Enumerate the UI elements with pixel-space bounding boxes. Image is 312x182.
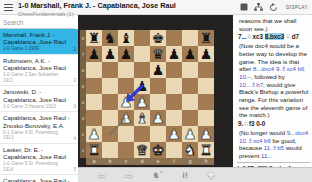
list-item[interactable]: Rubinstein, A.K. - Capablanca, Jose Raul… [0,55,78,87]
file-label: g [182,158,198,165]
square-e5[interactable] [150,78,166,94]
square-h7[interactable]: ♟ [198,46,214,62]
square-f5[interactable] [166,78,182,94]
square-b6[interactable] [102,62,118,78]
mainline-moves: 7...♘xc3 8.bxc3 ♘d7 [237,33,310,41]
game-title: Rubinstein, A.K. - Capablanca, Jose Raul [3,57,75,72]
white-queen: ♛ [136,142,149,158]
game-title: Marshall, Frank J. - Capablanca, Jose Ra… [3,31,75,46]
mainline-moves: 9.♘f3 0-0 [237,120,310,128]
square-h1[interactable]: ♜ [198,142,214,158]
square-e6[interactable]: ♟ [150,62,166,78]
file-label: d [134,158,150,165]
game-list: Marshall, Frank J. - Capablanca, Jose Ra… [0,29,78,182]
tree-icon[interactable] [254,3,263,11]
square-b3[interactable] [102,110,118,126]
white-knight: ♞ [184,142,197,158]
white-king: ♚ [152,142,165,158]
add-variation-button[interactable]: ✚ [207,169,215,182]
black-bishop: ♝ [120,30,133,46]
game-index: 4 [73,136,76,141]
black-pawn: ♟ [200,46,213,62]
current-move[interactable]: 8.bxc3 [265,33,285,40]
white-pawn: ♟ [136,94,149,110]
square-f3[interactable] [166,110,182,126]
list-item[interactable]: Lasker, Dr. E. - Capablanca, Jose Raul1-… [0,144,78,176]
board-area: 87654321 ♜♞♝♚♜♟♟♟♛♟♟♟♟♟♟♟♟♝♟♟♟♟♟♜♛♚♞♜ ab… [78,15,233,167]
file-label: f [166,158,182,165]
variation-move-link[interactable]: 10...♗b7 [239,81,263,88]
square-f1[interactable] [166,142,182,158]
game-subtitle: 1-0 Game 5 St. Petersburg 1914 [3,161,75,172]
app-bar: 1-0 Marshall, Frank J. - Capablanca, Jos… [0,0,312,15]
game-title: Capablanca, Jose Raul - Znosko-Borovsky,… [3,114,75,129]
board-squares: ♜♞♝♚♜♟♟♟♛♟♟♟♟♟♟♟♟♝♟♟♟♟♟♜♛♚♞♜ [86,30,214,158]
page-subtitle: ChessFundamentals (1) [18,11,198,17]
black-rook: ♜ [200,30,213,46]
flip-board-icon[interactable] [269,3,278,12]
square-h3[interactable] [198,110,214,126]
game-subtitle: 1-0 Game 1 1909 [3,46,75,52]
sidebar: Marshall, Frank J. - Capablanca, Jose Ra… [0,15,78,182]
square-a3[interactable] [86,110,102,126]
comment-text: reasons that we shall soon see.) [237,17,310,32]
square-c1[interactable] [118,142,134,158]
square-c8[interactable]: ♝ [118,30,134,46]
game-title: Janowski, D. - Capablanca, Jose Raul [3,88,75,103]
text-segment: , followed by [251,73,285,80]
black-pawn: ♟ [88,46,101,62]
back-button[interactable]: ⇦ [97,169,105,182]
appbar-actions: DISPLAY [240,0,310,14]
chess-board: 87654321 ♜♞♝♚♜♟♟♟♛♟♟♟♟♟♟♟♟♝♟♟♟♟♟♜♛♚♞♜ ab… [80,30,214,165]
board-icon[interactable] [240,3,248,11]
text-segment[interactable]: 9.♘f3 0-0 [238,120,265,127]
white-pawn: ♟ [88,126,101,142]
black-pawn: ♟ [168,46,181,62]
square-c4[interactable]: ♟ [118,94,134,110]
list-item[interactable]: Marshall, Frank J. - Capablanca, Jose Ra… [0,29,78,55]
game-index: 2 [73,78,76,83]
comment-text: (No longer would 9...dxc4 10.♗xc4 b6 be … [237,129,310,160]
black-pawn: ♟ [120,46,133,62]
black-pawn: ♟ [184,46,197,62]
square-e8[interactable]: ♚ [150,30,166,46]
text-segment: (No longer would [239,129,287,136]
square-d6[interactable] [134,62,150,78]
game-subtitle: 0-1 Game 4 St. Petersburg 1913 [3,130,75,141]
square-d1[interactable]: ♛ [134,142,150,158]
game-title: Capablanca, Jose Raul - Znosko-Borovsky,… [3,177,75,182]
game-subtitle: 1-0 Game 2 San Sebastian 1911 [3,72,75,83]
file-labels: abcdefgh [86,158,214,165]
file-label: c [118,158,134,165]
text-segment: reasons that we shall soon see.) [239,17,296,32]
forward-button[interactable]: ⇨ [125,169,133,182]
square-c5[interactable] [118,78,134,94]
annotation-panel: reasons that we shall soon see.)7...♘xc3… [233,15,312,167]
white-rook: ♜ [200,142,213,158]
menu-icon[interactable] [4,4,13,11]
square-a8[interactable]: ♜ [86,30,102,46]
white-pawn: ♟ [200,126,213,142]
square-f6[interactable] [166,62,182,78]
variation-move-link[interactable]: 11... [261,152,272,159]
square-g1[interactable]: ♞ [182,142,198,158]
black-pawn: ♟ [104,46,117,62]
black-rook: ♜ [88,30,101,46]
white-rook: ♜ [88,142,101,158]
file-label: a [86,158,102,165]
square-e7[interactable]: ♛ [150,46,166,62]
square-b5[interactable] [102,78,118,94]
text-segment[interactable]: 7...♘xc3 [238,33,265,40]
chess-app: 1-0 Marshall, Frank J. - Capablanca, Jos… [0,0,312,182]
game-subtitle: 1-0 Game 3 Havana 1913 [3,104,75,110]
comment-text: (Now dxc4 would be a better way to devel… [237,42,310,119]
square-e3[interactable]: ♟ [150,110,166,126]
square-g8[interactable] [182,30,198,46]
square-h4[interactable] [198,94,214,110]
game-title: Lasker, Dr. E. - Capablanca, Jose Raul [3,146,75,161]
page-title: 1-0 Marshall, Frank J. - Capablanca, Jos… [18,1,198,10]
square-a1[interactable]: ♜ [86,142,102,158]
square-a2[interactable]: ♟ [86,126,102,142]
game-index: 5 [73,167,76,172]
square-h6[interactable] [198,62,214,78]
square-d3[interactable]: ♝ [134,110,150,126]
square-b4[interactable] [102,94,118,110]
square-f2[interactable]: ♟ [166,126,182,142]
square-d2[interactable] [134,126,150,142]
square-f4[interactable] [166,94,182,110]
square-f7[interactable]: ♟ [166,46,182,62]
square-g3[interactable] [182,110,198,126]
square-a5[interactable] [86,78,102,94]
square-c2[interactable] [118,126,134,142]
white-pawn: ♟ [168,126,181,142]
white-bishop: ♝ [136,110,149,126]
square-f8[interactable] [166,30,182,46]
white-pawn: ♟ [184,126,197,142]
square-b8[interactable]: ♞ [102,30,118,46]
square-h8[interactable]: ♜ [198,30,214,46]
square-g5[interactable] [182,78,198,94]
square-e1[interactable]: ♚ [150,142,166,158]
square-g6[interactable] [182,62,198,78]
white-pawn: ♟ [120,110,133,126]
square-b7[interactable]: ♟ [102,46,118,62]
black-queen: ♛ [152,46,165,62]
file-label: b [102,158,118,165]
square-a7[interactable]: ♟ [86,46,102,62]
display-button[interactable]: DISPLAY [284,3,310,12]
variation-move-link[interactable]: 11.♗b5 [264,144,284,151]
square-h5[interactable] [198,78,214,94]
square-e4[interactable] [150,94,166,110]
square-h2[interactable]: ♟ [198,126,214,142]
white-pawn: ♟ [152,110,165,126]
game-index: 1 [73,47,76,52]
square-d7[interactable] [134,46,150,62]
search-input[interactable] [0,16,75,29]
square-e2[interactable] [150,126,166,142]
square-a6[interactable] [86,62,102,78]
bottom-toolbar: ⇦⇨♞″i!✚ [78,167,312,182]
white-pawn: ♟ [120,94,133,110]
square-d8[interactable] [134,30,150,46]
black-knight: ♞ [104,30,117,46]
annotate-button[interactable]: i! [182,169,188,182]
list-item[interactable]: Capablanca, Jose Raul - Znosko-Borovsky,… [0,175,78,182]
square-c6[interactable] [118,62,134,78]
square-g4[interactable] [182,94,198,110]
file-label: e [150,158,166,165]
list-item[interactable]: Capablanca, Jose Raul - Znosko-Borovsky,… [0,112,78,144]
black-king: ♚ [152,30,165,46]
header-titles: 1-0 Marshall, Frank J. - Capablanca, Jos… [18,1,198,17]
black-pawn: ♟ [152,62,165,78]
square-b1[interactable] [102,142,118,158]
square-a4[interactable] [86,94,102,110]
list-item[interactable]: Janowski, D. - Capablanca, Jose Raul1-0 … [0,86,78,112]
toolbar-buttons: ⇦⇨♞″i!✚ [78,168,234,182]
square-b2[interactable] [102,126,118,142]
square-d4[interactable]: ♟ [134,94,150,110]
square-d5[interactable]: ♟ [134,78,150,94]
square-g7[interactable]: ♟ [182,46,198,62]
engine-button[interactable]: ♞″ [152,169,163,182]
square-c7[interactable]: ♟ [118,46,134,62]
square-g2[interactable]: ♟ [182,126,198,142]
game-index: 3 [73,104,76,109]
square-c3[interactable]: ♟ [118,110,134,126]
black-pawn: ♟ [136,78,149,94]
text-segment[interactable]: ♘d7 [284,33,299,40]
annotation-text: reasons that we shall soon see.)7...♘xc3… [237,17,310,160]
file-label: h [198,158,214,165]
